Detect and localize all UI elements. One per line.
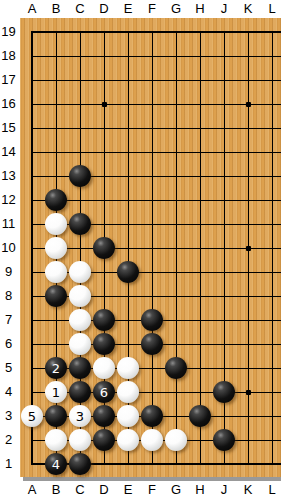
row-label-left: 5 (0, 360, 17, 376)
stone-black-d6 (93, 333, 115, 355)
go-diagram: AABBCCDDEEFFGGHHJJKKLL191817161514131211… (0, 0, 281, 500)
stone-black-c13 (69, 165, 91, 187)
row-label-left: 4 (0, 384, 17, 400)
stone-black-h3 (189, 405, 211, 427)
grid-line (31, 80, 281, 81)
stone-black-j2 (213, 429, 235, 451)
stone-white-g2 (165, 429, 187, 451)
stone-white-e4 (117, 381, 139, 403)
stone-white-b2 (45, 429, 67, 451)
row-label-left: 16 (0, 96, 17, 112)
column-label-bottom: A (23, 482, 41, 498)
column-label-top: D (95, 1, 113, 17)
grid-line (31, 128, 281, 129)
stone-black-d3 (93, 405, 115, 427)
grid-line (31, 56, 281, 57)
hoshi-point (102, 102, 107, 107)
row-label-left: 9 (0, 264, 17, 280)
hoshi-point (246, 390, 251, 395)
stone-white-c6 (69, 333, 91, 355)
column-label-bottom: K (239, 482, 257, 498)
column-label-bottom: H (191, 482, 209, 498)
stone-black-c5 (69, 357, 91, 379)
row-label-left: 15 (0, 120, 17, 136)
stone-black-d10 (93, 237, 115, 259)
grid-line (31, 104, 281, 105)
grid-line (31, 200, 281, 201)
column-label-bottom: L (263, 482, 281, 498)
column-label-top: J (215, 1, 233, 17)
move-number-label: 6 (93, 381, 115, 403)
row-label-left: 13 (0, 168, 17, 184)
stone-black-d7 (93, 309, 115, 331)
stone-white-c2 (69, 429, 91, 451)
column-label-bottom: B (47, 482, 65, 498)
stone-black-e9 (117, 261, 139, 283)
stone-black-c11 (69, 213, 91, 235)
column-label-bottom: G (167, 482, 185, 498)
board-shadow (23, 477, 281, 481)
stone-black-f6 (141, 333, 163, 355)
hoshi-point (246, 102, 251, 107)
move-number-label: 3 (69, 405, 91, 427)
row-label-left: 10 (0, 240, 17, 256)
stone-black-f3 (141, 405, 163, 427)
column-label-top: B (47, 1, 65, 17)
stone-white-e5 (117, 357, 139, 379)
column-label-top: H (191, 1, 209, 17)
stone-black-b8 (45, 285, 67, 307)
stone-white-c8 (69, 285, 91, 307)
row-label-left: 7 (0, 312, 17, 328)
column-label-top: G (167, 1, 185, 17)
stone-white-b11 (45, 213, 67, 235)
stone-black-c4 (69, 381, 91, 403)
row-label-left: 2 (0, 432, 17, 448)
column-label-bottom: D (95, 482, 113, 498)
row-label-left: 18 (0, 48, 17, 64)
row-label-left: 14 (0, 144, 17, 160)
stone-white-e2 (117, 429, 139, 451)
column-label-top: A (23, 1, 41, 17)
stone-black-b5: 2 (45, 357, 67, 379)
stone-black-b1: 4 (45, 453, 67, 475)
stone-white-c9 (69, 261, 91, 283)
row-label-left: 12 (0, 192, 17, 208)
column-label-bottom: J (215, 482, 233, 498)
row-label-left: 8 (0, 288, 17, 304)
stone-black-b3 (45, 405, 67, 427)
stone-white-c7 (69, 309, 91, 331)
column-label-top: C (71, 1, 89, 17)
row-label-left: 17 (0, 72, 17, 88)
grid-line (31, 248, 281, 249)
stone-white-d5 (93, 357, 115, 379)
row-label-left: 11 (0, 216, 17, 232)
stone-white-f2 (141, 429, 163, 451)
column-label-top: F (143, 1, 161, 17)
move-number-label: 2 (45, 357, 67, 379)
stone-white-b4: 1 (45, 381, 67, 403)
column-label-bottom: E (119, 482, 137, 498)
move-number-label: 4 (45, 453, 67, 475)
stone-black-b12 (45, 189, 67, 211)
move-number-label: 5 (21, 405, 43, 427)
stone-black-g5 (165, 357, 187, 379)
stone-black-d4: 6 (93, 381, 115, 403)
column-label-top: K (239, 1, 257, 17)
column-label-top: E (119, 1, 137, 17)
stone-white-b10 (45, 237, 67, 259)
stone-black-c1 (69, 453, 91, 475)
row-label-left: 1 (0, 456, 17, 472)
grid-line (31, 31, 281, 33)
stone-white-e3 (117, 405, 139, 427)
stone-white-a3: 5 (21, 405, 43, 427)
stone-black-f7 (141, 309, 163, 331)
column-label-bottom: F (143, 482, 161, 498)
stone-black-d2 (93, 429, 115, 451)
stone-white-c3: 3 (69, 405, 91, 427)
move-number-label: 1 (45, 381, 67, 403)
grid-line (31, 152, 281, 153)
column-label-bottom: C (71, 482, 89, 498)
stone-white-b9 (45, 261, 67, 283)
row-label-left: 19 (0, 24, 17, 40)
hoshi-point (246, 246, 251, 251)
stone-black-j4 (213, 381, 235, 403)
row-label-left: 3 (0, 408, 17, 424)
column-label-top: L (263, 1, 281, 17)
row-label-left: 6 (0, 336, 17, 352)
